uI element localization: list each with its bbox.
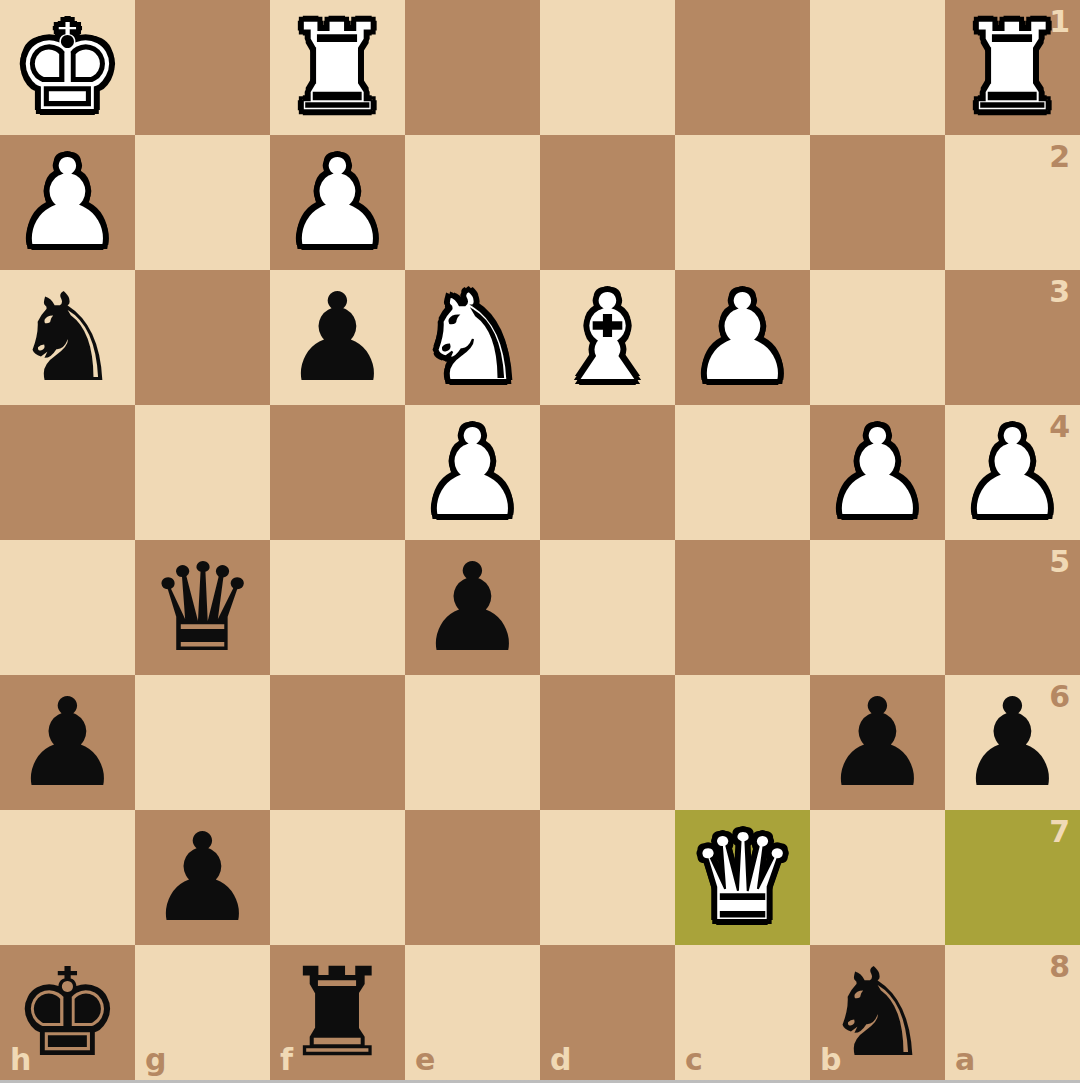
piece-white-pawn[interactable]: ♟	[810, 405, 945, 540]
square-c6[interactable]	[675, 675, 810, 810]
square-f4[interactable]	[270, 405, 405, 540]
piece-white-pawn[interactable]: ♟	[405, 405, 540, 540]
square-e8[interactable]: e	[405, 945, 540, 1080]
piece-white-queen[interactable]: ♛	[675, 810, 810, 945]
square-f7[interactable]	[270, 810, 405, 945]
rank-label-8: 8	[1049, 952, 1070, 982]
square-h5[interactable]	[0, 540, 135, 675]
piece-white-rook[interactable]: ♜	[270, 0, 405, 135]
square-a6[interactable]: ♟6	[945, 675, 1080, 810]
piece-white-bishop[interactable]: ♝	[540, 270, 675, 405]
square-d2[interactable]	[540, 135, 675, 270]
square-a3[interactable]: 3	[945, 270, 1080, 405]
square-d8[interactable]: d	[540, 945, 675, 1080]
square-d4[interactable]	[540, 405, 675, 540]
square-b5[interactable]	[810, 540, 945, 675]
square-c8[interactable]: c	[675, 945, 810, 1080]
square-b7[interactable]	[810, 810, 945, 945]
square-b2[interactable]	[810, 135, 945, 270]
square-h6[interactable]: ♟	[0, 675, 135, 810]
square-g6[interactable]	[135, 675, 270, 810]
square-f1[interactable]: ♜	[270, 0, 405, 135]
piece-black-pawn[interactable]: ♟	[135, 810, 270, 945]
piece-white-king[interactable]: ♚	[0, 0, 135, 135]
piece-white-pawn[interactable]: ♟	[0, 135, 135, 270]
square-b1[interactable]	[810, 0, 945, 135]
square-c4[interactable]	[675, 405, 810, 540]
piece-black-queen[interactable]: ♛	[135, 540, 270, 675]
square-d3[interactable]: ♝	[540, 270, 675, 405]
square-g4[interactable]	[135, 405, 270, 540]
square-a4[interactable]: ♟4	[945, 405, 1080, 540]
square-g8[interactable]: g	[135, 945, 270, 1080]
square-d5[interactable]	[540, 540, 675, 675]
square-e7[interactable]	[405, 810, 540, 945]
square-g5[interactable]: ♛	[135, 540, 270, 675]
square-f6[interactable]	[270, 675, 405, 810]
square-h7[interactable]	[0, 810, 135, 945]
file-label-d: d	[550, 1045, 571, 1075]
square-e2[interactable]	[405, 135, 540, 270]
rank-label-7: 7	[1049, 817, 1070, 847]
square-h8[interactable]: ♚h	[0, 945, 135, 1080]
square-c7[interactable]: ♛	[675, 810, 810, 945]
square-e4[interactable]: ♟	[405, 405, 540, 540]
piece-black-pawn[interactable]: ♟	[270, 270, 405, 405]
square-c1[interactable]	[675, 0, 810, 135]
square-e6[interactable]	[405, 675, 540, 810]
piece-black-knight[interactable]: ♞	[0, 270, 135, 405]
square-a7[interactable]: 7	[945, 810, 1080, 945]
square-c3[interactable]: ♟	[675, 270, 810, 405]
square-h1[interactable]: ♚	[0, 0, 135, 135]
square-e5[interactable]: ♟	[405, 540, 540, 675]
square-d6[interactable]	[540, 675, 675, 810]
square-g2[interactable]	[135, 135, 270, 270]
square-h4[interactable]	[0, 405, 135, 540]
square-g3[interactable]	[135, 270, 270, 405]
square-d7[interactable]	[540, 810, 675, 945]
rank-label-3: 3	[1049, 277, 1070, 307]
piece-black-pawn[interactable]: ♟	[945, 675, 1080, 810]
piece-white-pawn[interactable]: ♟	[675, 270, 810, 405]
square-f8[interactable]: ♜f	[270, 945, 405, 1080]
file-label-c: c	[685, 1045, 703, 1075]
piece-white-pawn[interactable]: ♟	[270, 135, 405, 270]
piece-black-rook[interactable]: ♜	[270, 945, 405, 1080]
square-a5[interactable]: 5	[945, 540, 1080, 675]
square-b6[interactable]: ♟	[810, 675, 945, 810]
square-g7[interactable]: ♟	[135, 810, 270, 945]
piece-black-knight[interactable]: ♞	[810, 945, 945, 1080]
rank-label-2: 2	[1049, 142, 1070, 172]
piece-black-king[interactable]: ♚	[0, 945, 135, 1080]
piece-white-rook[interactable]: ♜	[945, 0, 1080, 135]
square-a8[interactable]: a8	[945, 945, 1080, 1080]
piece-black-pawn[interactable]: ♟	[405, 540, 540, 675]
square-f2[interactable]: ♟	[270, 135, 405, 270]
square-e1[interactable]	[405, 0, 540, 135]
file-label-g: g	[145, 1045, 166, 1075]
square-g1[interactable]	[135, 0, 270, 135]
piece-black-pawn[interactable]: ♟	[810, 675, 945, 810]
square-b3[interactable]	[810, 270, 945, 405]
file-label-e: e	[415, 1045, 435, 1075]
piece-black-pawn[interactable]: ♟	[0, 675, 135, 810]
file-label-a: a	[955, 1045, 975, 1075]
square-f5[interactable]	[270, 540, 405, 675]
square-h2[interactable]: ♟	[0, 135, 135, 270]
square-d1[interactable]	[540, 0, 675, 135]
square-c5[interactable]	[675, 540, 810, 675]
square-e3[interactable]: ♞	[405, 270, 540, 405]
square-h3[interactable]: ♞	[0, 270, 135, 405]
square-a1[interactable]: ♜1	[945, 0, 1080, 135]
rank-label-5: 5	[1049, 547, 1070, 577]
piece-white-knight[interactable]: ♞	[405, 270, 540, 405]
piece-white-pawn[interactable]: ♟	[945, 405, 1080, 540]
square-c2[interactable]	[675, 135, 810, 270]
square-b4[interactable]: ♟	[810, 405, 945, 540]
chess-board: ♚♜♜1♟♟2♞♟♞♝♟3♟♟♟4♛♟5♟♟♟6♟♛7♚hg♜fedc♞ba8	[0, 0, 1080, 1080]
square-a2[interactable]: 2	[945, 135, 1080, 270]
square-b8[interactable]: ♞b	[810, 945, 945, 1080]
square-f3[interactable]: ♟	[270, 270, 405, 405]
